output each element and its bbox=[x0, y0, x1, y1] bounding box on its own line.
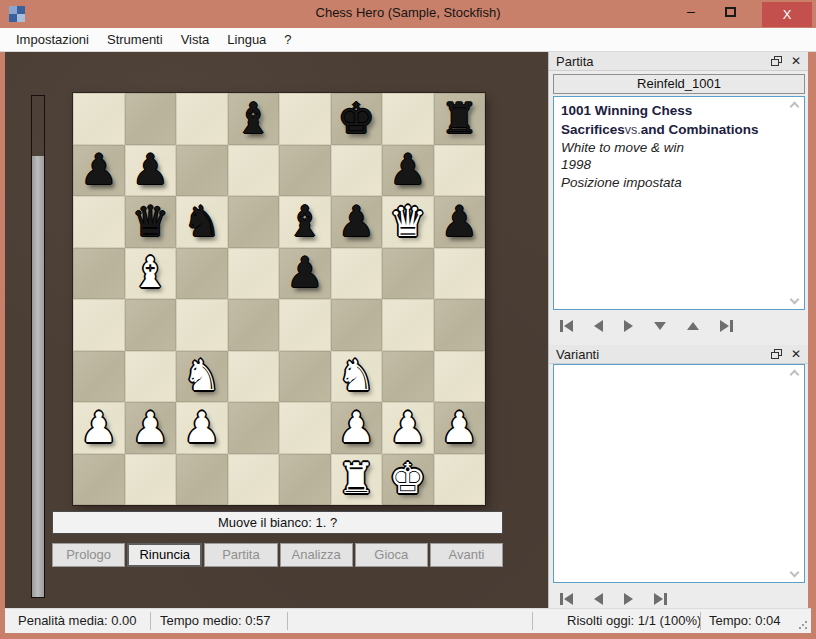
square-h8[interactable]: ♜ bbox=[434, 93, 486, 145]
variations-box[interactable] bbox=[553, 364, 805, 583]
square-f8[interactable]: ♚ bbox=[331, 93, 383, 145]
square-d5[interactable] bbox=[228, 248, 280, 300]
move-prompt: Muove il bianco: 1. ? bbox=[52, 511, 503, 534]
square-h1[interactable] bbox=[434, 454, 486, 506]
time-progress-bar bbox=[31, 95, 45, 598]
penalty-status: Penalità media: 0.00 bbox=[18, 613, 137, 628]
partita-button[interactable]: Partita bbox=[204, 543, 277, 567]
progress-fill bbox=[32, 156, 44, 597]
square-h6[interactable]: ♟ bbox=[434, 196, 486, 248]
maximize-button[interactable] bbox=[716, 0, 746, 27]
square-e5[interactable]: ♟ bbox=[279, 248, 331, 300]
white-king[interactable]: ♚ bbox=[389, 458, 427, 500]
square-a4[interactable] bbox=[73, 299, 125, 351]
square-g6[interactable]: ♛ bbox=[382, 196, 434, 248]
square-c5[interactable] bbox=[176, 248, 228, 300]
white-pawn[interactable]: ♟ bbox=[337, 407, 375, 449]
square-g5[interactable] bbox=[382, 248, 434, 300]
square-b8[interactable] bbox=[125, 93, 177, 145]
black-pawn[interactable]: ♟ bbox=[389, 149, 427, 191]
square-d3[interactable] bbox=[228, 351, 280, 403]
black-bishop[interactable]: ♝ bbox=[286, 201, 324, 243]
square-g7[interactable]: ♟ bbox=[382, 145, 434, 197]
puzzle-set-header: Reinfeld_1001 bbox=[553, 74, 805, 94]
square-g8[interactable] bbox=[382, 93, 434, 145]
close-panel-icon[interactable]: ✕ bbox=[791, 347, 801, 361]
float-panel-icon[interactable] bbox=[771, 349, 782, 359]
white-queen[interactable]: ♛ bbox=[389, 201, 427, 243]
square-e4[interactable] bbox=[279, 299, 331, 351]
book-title-sep: vs. bbox=[625, 123, 641, 137]
partita-panel-titlebar: Partita ✕ bbox=[549, 52, 808, 71]
black-king[interactable]: ♚ bbox=[337, 98, 375, 140]
square-h3[interactable] bbox=[434, 351, 486, 403]
black-bishop[interactable]: ♝ bbox=[234, 98, 272, 140]
prologo-button[interactable]: Prologo bbox=[52, 543, 125, 567]
white-knight[interactable]: ♞ bbox=[337, 355, 375, 397]
partita-nav-row bbox=[555, 316, 733, 336]
nav-first-button[interactable] bbox=[560, 320, 573, 332]
square-b7[interactable]: ♟ bbox=[125, 145, 177, 197]
partita-panel-title: Partita bbox=[556, 54, 594, 69]
square-d7[interactable] bbox=[228, 145, 280, 197]
app-window: Chess Hero (Sample, Stockfish) – X Impos… bbox=[0, 0, 816, 639]
square-c1[interactable] bbox=[176, 454, 228, 506]
chess-board[interactable]: ♝♚♜♟♟♟♛♞♝♟♛♟♝♟♞♞♟♟♟♟♟♟♜♚ bbox=[73, 93, 485, 505]
varianti-panel-titlebar: Varianti ✕ bbox=[549, 345, 808, 364]
black-pawn[interactable]: ♟ bbox=[337, 201, 375, 243]
setup-line: Posizione impostata bbox=[561, 174, 786, 192]
square-f7[interactable] bbox=[331, 145, 383, 197]
square-h5[interactable] bbox=[434, 248, 486, 300]
menu-item-lingua[interactable]: Lingua bbox=[218, 29, 275, 50]
white-bishop[interactable]: ♝ bbox=[131, 252, 169, 294]
square-b4[interactable] bbox=[125, 299, 177, 351]
varianti-nav-row bbox=[555, 589, 667, 609]
scroll-up-icon[interactable] bbox=[790, 102, 800, 112]
square-a6[interactable] bbox=[73, 196, 125, 248]
board-area: ♝♚♜♟♟♟♛♞♝♟♛♟♝♟♞♞♟♟♟♟♟♟♜♚ Muove il bianco… bbox=[5, 52, 548, 608]
square-b3[interactable] bbox=[125, 351, 177, 403]
game-info-box[interactable]: 1001 Winning Chess Sacrificesvs.and Comb… bbox=[553, 96, 805, 310]
square-e7[interactable] bbox=[279, 145, 331, 197]
square-g4[interactable] bbox=[382, 299, 434, 351]
rinuncia-button[interactable]: Rinuncia bbox=[127, 543, 202, 567]
square-b6[interactable]: ♛ bbox=[125, 196, 177, 248]
square-a3[interactable] bbox=[73, 351, 125, 403]
white-rook[interactable]: ♜ bbox=[337, 458, 375, 500]
square-a1[interactable] bbox=[73, 454, 125, 506]
year-line: 1998 bbox=[561, 156, 786, 174]
white-knight[interactable]: ♞ bbox=[183, 355, 221, 397]
square-e3[interactable] bbox=[279, 351, 331, 403]
square-f2[interactable]: ♟ bbox=[331, 402, 383, 454]
menu-item-impostazioni[interactable]: Impostazioni bbox=[7, 29, 98, 50]
square-d1[interactable] bbox=[228, 454, 280, 506]
black-pawn[interactable]: ♟ bbox=[286, 252, 324, 294]
black-rook[interactable]: ♜ bbox=[440, 98, 478, 140]
square-h4[interactable] bbox=[434, 299, 486, 351]
close-panel-icon[interactable]: ✕ bbox=[791, 54, 801, 68]
status-bar: Penalità media: 0.00 Tempo medio: 0:57 R… bbox=[5, 608, 811, 633]
square-c7[interactable] bbox=[176, 145, 228, 197]
menu-item-[interactable]: ? bbox=[275, 29, 300, 50]
nav-prev-button[interactable] bbox=[594, 320, 603, 332]
nav-next-button[interactable] bbox=[624, 593, 633, 605]
square-f1[interactable]: ♜ bbox=[331, 454, 383, 506]
square-f5[interactable] bbox=[331, 248, 383, 300]
scroll-down-icon[interactable] bbox=[790, 295, 800, 305]
black-knight[interactable]: ♞ bbox=[183, 201, 221, 243]
menu-item-strumenti[interactable]: Strumenti bbox=[98, 29, 172, 50]
square-d2[interactable] bbox=[228, 402, 280, 454]
square-b2[interactable]: ♟ bbox=[125, 402, 177, 454]
nav-prev-button[interactable] bbox=[594, 593, 603, 605]
square-h7[interactable] bbox=[434, 145, 486, 197]
analizza-button[interactable]: Analizza bbox=[280, 543, 353, 567]
square-f3[interactable]: ♞ bbox=[331, 351, 383, 403]
objective-line: White to move & win bbox=[561, 139, 786, 157]
square-c4[interactable] bbox=[176, 299, 228, 351]
square-e1[interactable] bbox=[279, 454, 331, 506]
white-pawn[interactable]: ♟ bbox=[183, 407, 221, 449]
black-pawn[interactable]: ♟ bbox=[80, 149, 118, 191]
square-g1[interactable]: ♚ bbox=[382, 454, 434, 506]
square-f4[interactable] bbox=[331, 299, 383, 351]
maximize-icon bbox=[725, 7, 736, 17]
menu-item-vista[interactable]: Vista bbox=[172, 29, 219, 50]
square-g2[interactable]: ♟ bbox=[382, 402, 434, 454]
square-b5[interactable]: ♝ bbox=[125, 248, 177, 300]
white-pawn[interactable]: ♟ bbox=[440, 407, 478, 449]
square-c2[interactable]: ♟ bbox=[176, 402, 228, 454]
action-button-row: PrologoRinunciaPartitaAnalizzaGiocaAvant… bbox=[52, 543, 503, 567]
varianti-panel-title: Varianti bbox=[556, 347, 599, 362]
gioca-button[interactable]: Gioca bbox=[355, 543, 428, 567]
black-queen[interactable]: ♛ bbox=[131, 201, 169, 243]
square-a8[interactable] bbox=[73, 93, 125, 145]
square-a2[interactable]: ♟ bbox=[73, 402, 125, 454]
square-d6[interactable] bbox=[228, 196, 280, 248]
square-f6[interactable]: ♟ bbox=[331, 196, 383, 248]
book-title-part2: and Combinations bbox=[641, 122, 759, 137]
nav-next-button[interactable] bbox=[624, 320, 633, 332]
square-e6[interactable]: ♝ bbox=[279, 196, 331, 248]
black-pawn[interactable]: ♟ bbox=[131, 149, 169, 191]
avanti-button[interactable]: Avanti bbox=[430, 543, 503, 567]
square-g3[interactable] bbox=[382, 351, 434, 403]
side-panel: Partita ✕ Reinfeld_1001 1001 Winning Che… bbox=[548, 52, 808, 608]
square-d4[interactable] bbox=[228, 299, 280, 351]
square-d8[interactable]: ♝ bbox=[228, 93, 280, 145]
nav-first-button[interactable] bbox=[560, 593, 573, 605]
scroll-down-icon[interactable] bbox=[790, 568, 800, 578]
square-c3[interactable]: ♞ bbox=[176, 351, 228, 403]
close-button[interactable]: X bbox=[762, 2, 812, 27]
square-a7[interactable]: ♟ bbox=[73, 145, 125, 197]
nav-up-button[interactable] bbox=[687, 322, 699, 330]
solved-today-status: Risolti oggi: 1/1 (100%) bbox=[567, 613, 701, 628]
black-pawn[interactable]: ♟ bbox=[440, 201, 478, 243]
nav-down-button[interactable] bbox=[654, 322, 666, 330]
avg-time-status: Tempo medio: 0:57 bbox=[160, 613, 271, 628]
resize-grip[interactable] bbox=[798, 620, 808, 630]
square-a5[interactable] bbox=[73, 248, 125, 300]
nav-last-button[interactable] bbox=[720, 320, 733, 332]
time-status: Tempo: 0:04 bbox=[709, 613, 781, 628]
menu-bar: ImpostazioniStrumentiVistaLingua? bbox=[0, 28, 816, 52]
nav-last-button[interactable] bbox=[654, 593, 667, 605]
square-e8[interactable] bbox=[279, 93, 331, 145]
square-c6[interactable]: ♞ bbox=[176, 196, 228, 248]
float-panel-icon[interactable] bbox=[771, 56, 782, 66]
white-pawn[interactable]: ♟ bbox=[131, 407, 169, 449]
white-pawn[interactable]: ♟ bbox=[80, 407, 118, 449]
square-b1[interactable] bbox=[125, 454, 177, 506]
square-e2[interactable] bbox=[279, 402, 331, 454]
white-pawn[interactable]: ♟ bbox=[389, 407, 427, 449]
square-h2[interactable]: ♟ bbox=[434, 402, 486, 454]
scroll-up-icon[interactable] bbox=[790, 370, 800, 380]
title-bar: Chess Hero (Sample, Stockfish) – X bbox=[0, 0, 816, 28]
square-c8[interactable] bbox=[176, 93, 228, 145]
minimize-button[interactable]: – bbox=[676, 0, 706, 27]
